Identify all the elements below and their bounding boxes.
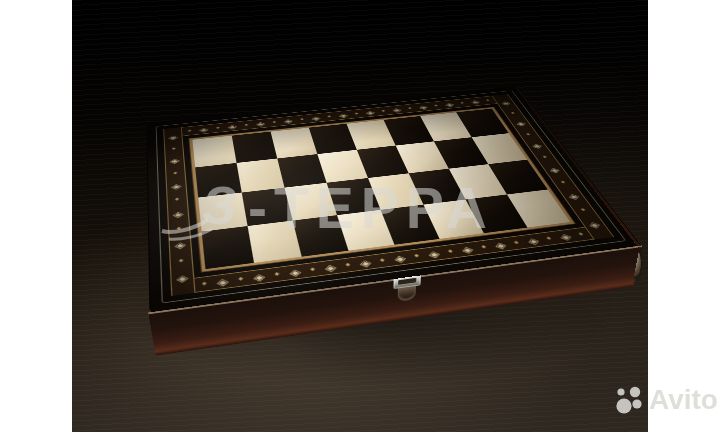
diamond-inlay-icon: ◈ [392, 253, 407, 263]
dot-diamond-icon: ♦ [446, 249, 455, 255]
diamond-inlay-icon: ◈ [586, 220, 602, 229]
diamond-inlay-icon: ◈ [174, 240, 186, 250]
board-square [368, 173, 423, 209]
board-square [423, 199, 484, 239]
dot-diamond-icon: ♦ [576, 232, 586, 237]
dot-diamond-icon: ♦ [579, 208, 588, 213]
diamond-inlay-icon: ◈ [288, 267, 302, 278]
scene-3d: ◈♦◈♦◈♦◈♦◈♦◈♦◈♦◈♦◈♦◈♦◈♦◈♦◈ ◈♦◈♦◈♦◈♦◈♦◈♦◈♦… [72, 0, 648, 432]
dot-diamond-icon: ♦ [174, 198, 181, 203]
board-square [507, 189, 570, 227]
diamond-inlay-icon: ◈ [176, 273, 189, 284]
dot-diamond-icon: ♦ [479, 244, 488, 250]
board-square [285, 183, 337, 220]
dot-diamond-icon: ♦ [378, 258, 387, 264]
left-white-margin [0, 0, 72, 432]
dot-diamond-icon: ♦ [544, 236, 553, 241]
board-square [293, 215, 349, 257]
dot-diamond-icon: ♦ [273, 271, 281, 277]
board-square [242, 188, 293, 226]
diamond-inlay-icon: ◈ [173, 210, 184, 219]
dot-diamond-icon: ♦ [412, 253, 421, 259]
product-photo: ◈♦◈♦◈♦◈♦◈♦◈♦◈♦◈♦◈♦◈♦◈♦◈♦◈ ◈♦◈♦◈♦◈♦◈♦◈♦◈♦… [72, 0, 648, 432]
board-square [202, 226, 254, 269]
listing-photo-root: ◈♦◈♦◈♦◈♦◈♦◈♦◈♦◈♦◈♦◈♦◈♦◈♦◈ ◈♦◈♦◈♦◈♦◈♦◈♦◈♦… [0, 0, 720, 432]
diamond-inlay-icon: ◈ [323, 262, 337, 273]
diamond-inlay-icon: ◈ [179, 281, 192, 292]
board-square [248, 220, 302, 263]
diamond-inlay-icon: ◈ [426, 249, 441, 259]
dot-diamond-icon: ♦ [237, 276, 245, 282]
diamond-inlay-icon: ◈ [525, 236, 541, 246]
dot-diamond-icon: ♦ [176, 227, 183, 232]
diamond-inlay-icon: ◈ [493, 240, 508, 250]
diamond-inlay-icon: ◈ [252, 271, 265, 282]
diamond-inlay-icon: ◈ [216, 276, 229, 287]
board-square [198, 193, 247, 232]
dot-diamond-icon: ♦ [200, 281, 208, 287]
dot-diamond-icon: ♦ [344, 262, 353, 268]
board-square [337, 210, 395, 251]
board-square [465, 194, 527, 233]
board-square [327, 178, 381, 215]
diamond-inlay-icon: ◈ [171, 182, 182, 190]
game-case: ◈♦◈♦◈♦◈♦◈♦◈♦◈♦◈♦◈♦◈♦◈♦◈♦◈ ◈♦◈♦◈♦◈♦◈♦◈♦◈♦… [147, 86, 640, 312]
board-square [381, 204, 440, 244]
dot-diamond-icon: ♦ [177, 258, 185, 264]
diamond-inlay-icon: ◈ [589, 227, 605, 237]
diamond-inlay-icon: ◈ [557, 232, 573, 242]
clasp-hook [398, 286, 416, 302]
diamond-inlay-icon: ◈ [358, 257, 372, 268]
dot-diamond-icon: ♦ [309, 267, 317, 273]
right-white-margin [648, 0, 720, 432]
diamond-inlay-icon: ◈ [566, 192, 581, 201]
dot-diamond-icon: ♦ [559, 180, 568, 184]
diamond-inlay-icon: ◈ [460, 244, 475, 254]
metal-clasp [390, 274, 425, 306]
dot-diamond-icon: ♦ [512, 240, 521, 245]
